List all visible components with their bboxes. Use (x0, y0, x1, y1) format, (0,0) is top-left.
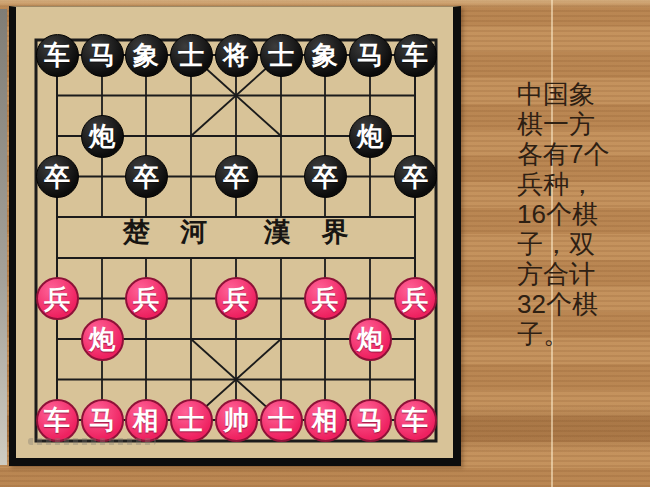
piece-black-general[interactable]: 将 (215, 34, 258, 77)
piece-red-soldier[interactable]: 兵 (36, 277, 79, 320)
piece-black-soldier[interactable]: 卒 (125, 155, 168, 198)
piece-black-advisor[interactable]: 士 (170, 34, 213, 77)
piece-black-cannon[interactable]: 炮 (349, 115, 392, 158)
piece-red-soldier[interactable]: 兵 (304, 277, 347, 320)
piece-black-soldier[interactable]: 卒 (304, 155, 347, 198)
piece-red-horse[interactable]: 马 (81, 399, 124, 442)
piece-red-elephant[interactable]: 相 (304, 399, 347, 442)
river-label-chu-he: 楚 河 (109, 216, 221, 248)
piece-black-cannon[interactable]: 炮 (81, 115, 124, 158)
piece-red-soldier[interactable]: 兵 (125, 277, 168, 320)
caption-text: 中国象棋一方各有7个兵种，16个棋子，双方合计32个棋子。 (517, 79, 637, 349)
wood-background: 楚 河 漢 界 车马象士将士象马车炮炮卒卒卒卒卒兵兵兵兵兵炮炮车马相士帅士相马车… (0, 0, 650, 487)
piece-red-soldier[interactable]: 兵 (394, 277, 437, 320)
screen-edge (0, 9, 7, 465)
piece-black-horse[interactable]: 马 (81, 34, 124, 77)
piece-black-soldier[interactable]: 卒 (394, 155, 437, 198)
piece-black-horse[interactable]: 马 (349, 34, 392, 77)
piece-red-general[interactable]: 帅 (215, 399, 258, 442)
piece-red-horse[interactable]: 马 (349, 399, 392, 442)
piece-red-chariot[interactable]: 车 (36, 399, 79, 442)
river-label-han-jie: 漢 界 (250, 216, 362, 248)
piece-red-advisor[interactable]: 士 (260, 399, 303, 442)
piece-black-soldier[interactable]: 卒 (215, 155, 258, 198)
piece-black-chariot[interactable]: 车 (394, 34, 437, 77)
piece-red-cannon[interactable]: 炮 (349, 318, 392, 361)
watermark (28, 438, 156, 445)
piece-red-cannon[interactable]: 炮 (81, 318, 124, 361)
piece-red-soldier[interactable]: 兵 (215, 277, 258, 320)
piece-red-chariot[interactable]: 车 (394, 399, 437, 442)
piece-black-soldier[interactable]: 卒 (36, 155, 79, 198)
piece-black-chariot[interactable]: 车 (36, 34, 79, 77)
xiangqi-board: 楚 河 漢 界 车马象士将士象马车炮炮卒卒卒卒卒兵兵兵兵兵炮炮车马相士帅士相马车 (9, 6, 461, 466)
piece-black-advisor[interactable]: 士 (260, 34, 303, 77)
piece-black-elephant[interactable]: 象 (304, 34, 347, 77)
piece-red-elephant[interactable]: 相 (125, 399, 168, 442)
piece-red-advisor[interactable]: 士 (170, 399, 213, 442)
piece-black-elephant[interactable]: 象 (125, 34, 168, 77)
